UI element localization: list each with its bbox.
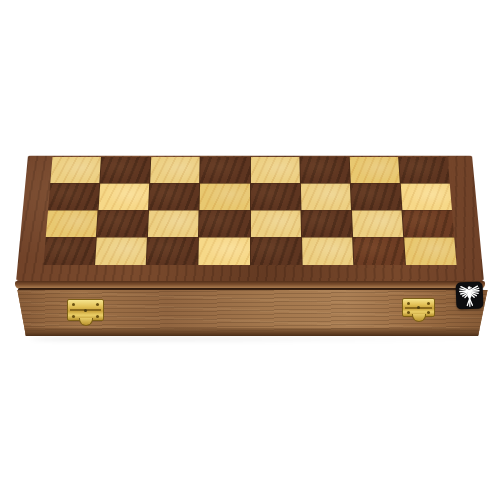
square-r4c4-light [199, 238, 250, 265]
square-r3c8-dark [402, 210, 454, 237]
latch-screws [407, 302, 410, 305]
square-r2c7-dark [351, 183, 402, 209]
checkerboard-grid [43, 157, 456, 265]
case-base-strip [16, 328, 488, 336]
square-r2c4-light [200, 183, 250, 209]
square-r4c6-light [302, 238, 353, 265]
square-r4c3-dark [147, 238, 198, 265]
square-r1c2-dark [100, 157, 150, 183]
square-r3c2-dark [97, 210, 148, 237]
board-lid-top [16, 156, 484, 282]
product-photo-chess-box [0, 0, 500, 500]
latch-screws [72, 303, 75, 306]
square-r1c6-dark [300, 157, 350, 183]
square-r3c4-dark [199, 210, 249, 237]
square-r1c4-dark [200, 157, 249, 183]
square-r2c3-dark [149, 183, 199, 209]
square-r2c1-dark [48, 183, 99, 209]
square-r4c1-dark [43, 238, 96, 265]
latch-right [402, 298, 435, 317]
square-r1c3-light [150, 157, 200, 183]
square-r3c5-light [250, 210, 300, 237]
square-r3c7-light [352, 210, 403, 237]
square-r1c7-light [349, 157, 399, 183]
square-r4c7-dark [353, 238, 405, 265]
floor-shadow [30, 336, 470, 342]
square-r2c8-light [401, 183, 452, 209]
square-r1c8-dark [399, 157, 450, 183]
square-r2c6-light [301, 183, 351, 209]
eagle-icon [458, 283, 482, 308]
square-r4c2-light [95, 238, 147, 265]
eagle-emblem [456, 282, 484, 310]
square-r1c5-light [250, 157, 299, 183]
latch-left [67, 299, 104, 321]
square-r3c1-light [46, 210, 98, 237]
square-r2c5-dark [250, 183, 300, 209]
square-r2c2-light [99, 183, 150, 209]
square-r1c1-light [50, 157, 101, 183]
square-r4c8-light [404, 238, 457, 265]
square-r3c6-dark [301, 210, 352, 237]
square-r4c5-dark [250, 238, 301, 265]
square-r3c3-light [148, 210, 199, 237]
